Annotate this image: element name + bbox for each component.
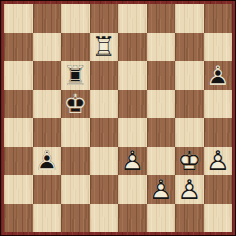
piece-black-rook: ♜♖ bbox=[61, 61, 90, 90]
black-pawn-outline-glyph: ♙ bbox=[33, 147, 62, 176]
white-pawn-outline-glyph: ♙ bbox=[118, 147, 147, 176]
square-g6[interactable] bbox=[175, 61, 204, 90]
square-c6[interactable]: ♜♖ bbox=[61, 61, 90, 90]
square-d2[interactable] bbox=[90, 175, 119, 204]
piece-black-pawn: ♟♙ bbox=[204, 61, 233, 90]
square-c2[interactable] bbox=[61, 175, 90, 204]
square-c1[interactable] bbox=[61, 204, 90, 233]
white-pawn-outline-glyph: ♙ bbox=[175, 175, 204, 204]
square-e1[interactable] bbox=[118, 204, 147, 233]
square-c8[interactable] bbox=[61, 4, 90, 33]
square-f2[interactable]: ♟♙ bbox=[147, 175, 176, 204]
square-h1[interactable] bbox=[204, 204, 233, 233]
piece-white-rook: ♜♖ bbox=[90, 33, 119, 62]
square-h4[interactable] bbox=[204, 118, 233, 147]
square-e2[interactable] bbox=[118, 175, 147, 204]
square-f8[interactable] bbox=[147, 4, 176, 33]
square-g5[interactable] bbox=[175, 90, 204, 119]
piece-white-king: ♚♔ bbox=[175, 147, 204, 176]
square-h3[interactable]: ♟♙ bbox=[204, 147, 233, 176]
square-c3[interactable] bbox=[61, 147, 90, 176]
square-d7[interactable]: ♜♖ bbox=[90, 33, 119, 62]
square-g4[interactable] bbox=[175, 118, 204, 147]
square-b3[interactable]: ♟♙ bbox=[33, 147, 62, 176]
piece-black-king: ♚♔ bbox=[61, 90, 90, 119]
square-a5[interactable] bbox=[4, 90, 33, 119]
square-a1[interactable] bbox=[4, 204, 33, 233]
square-b8[interactable] bbox=[33, 4, 62, 33]
piece-black-pawn: ♟♙ bbox=[33, 147, 62, 176]
square-b2[interactable] bbox=[33, 175, 62, 204]
square-d3[interactable] bbox=[90, 147, 119, 176]
square-c5[interactable]: ♚♔ bbox=[61, 90, 90, 119]
square-h7[interactable] bbox=[204, 33, 233, 62]
black-king-outline-glyph: ♔ bbox=[61, 90, 90, 119]
square-a7[interactable] bbox=[4, 33, 33, 62]
square-a3[interactable] bbox=[4, 147, 33, 176]
square-b6[interactable] bbox=[33, 61, 62, 90]
square-e3[interactable]: ♟♙ bbox=[118, 147, 147, 176]
square-d1[interactable] bbox=[90, 204, 119, 233]
white-pawn-outline-glyph: ♙ bbox=[147, 175, 176, 204]
chess-board: ♜♖♜♖♟♙♚♔♟♙♟♙♚♔♟♙♟♙♟♙ bbox=[4, 4, 232, 232]
board-frame: ♜♖♜♖♟♙♚♔♟♙♟♙♚♔♟♙♟♙♟♙ bbox=[0, 0, 236, 236]
square-h5[interactable] bbox=[204, 90, 233, 119]
square-d4[interactable] bbox=[90, 118, 119, 147]
square-e7[interactable] bbox=[118, 33, 147, 62]
square-b7[interactable] bbox=[33, 33, 62, 62]
white-king-outline-glyph: ♔ bbox=[175, 147, 204, 176]
square-a2[interactable] bbox=[4, 175, 33, 204]
square-d6[interactable] bbox=[90, 61, 119, 90]
square-h8[interactable] bbox=[204, 4, 233, 33]
square-a8[interactable] bbox=[4, 4, 33, 33]
square-g1[interactable] bbox=[175, 204, 204, 233]
black-pawn-outline-glyph: ♙ bbox=[204, 61, 233, 90]
white-rook-outline-glyph: ♖ bbox=[90, 33, 119, 62]
piece-white-pawn: ♟♙ bbox=[175, 175, 204, 204]
square-f7[interactable] bbox=[147, 33, 176, 62]
square-d5[interactable] bbox=[90, 90, 119, 119]
piece-white-pawn: ♟♙ bbox=[118, 147, 147, 176]
piece-white-pawn: ♟♙ bbox=[147, 175, 176, 204]
square-d8[interactable] bbox=[90, 4, 119, 33]
square-f3[interactable] bbox=[147, 147, 176, 176]
square-a6[interactable] bbox=[4, 61, 33, 90]
square-e5[interactable] bbox=[118, 90, 147, 119]
square-b4[interactable] bbox=[33, 118, 62, 147]
square-e6[interactable] bbox=[118, 61, 147, 90]
chess-diagram-screenshot: ♜♖♜♖♟♙♚♔♟♙♟♙♚♔♟♙♟♙♟♙ bbox=[0, 0, 236, 236]
square-g2[interactable]: ♟♙ bbox=[175, 175, 204, 204]
square-c7[interactable] bbox=[61, 33, 90, 62]
piece-white-pawn: ♟♙ bbox=[204, 147, 233, 176]
square-b1[interactable] bbox=[33, 204, 62, 233]
square-a4[interactable] bbox=[4, 118, 33, 147]
white-pawn-outline-glyph: ♙ bbox=[204, 147, 233, 176]
square-f4[interactable] bbox=[147, 118, 176, 147]
square-f1[interactable] bbox=[147, 204, 176, 233]
square-h2[interactable] bbox=[204, 175, 233, 204]
square-g8[interactable] bbox=[175, 4, 204, 33]
square-e8[interactable] bbox=[118, 4, 147, 33]
square-f5[interactable] bbox=[147, 90, 176, 119]
square-h6[interactable]: ♟♙ bbox=[204, 61, 233, 90]
square-g3[interactable]: ♚♔ bbox=[175, 147, 204, 176]
square-b5[interactable] bbox=[33, 90, 62, 119]
square-e4[interactable] bbox=[118, 118, 147, 147]
black-rook-outline-glyph: ♖ bbox=[61, 61, 90, 90]
square-c4[interactable] bbox=[61, 118, 90, 147]
square-g7[interactable] bbox=[175, 33, 204, 62]
square-f6[interactable] bbox=[147, 61, 176, 90]
